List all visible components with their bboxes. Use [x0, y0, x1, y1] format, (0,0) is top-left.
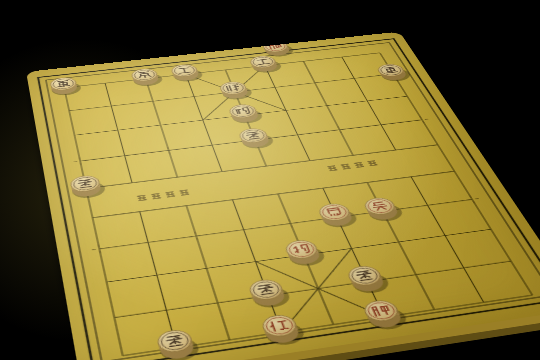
position-markers — [67, 92, 500, 287]
pieces-layer — [47, 32, 540, 360]
red-general-f10[interactable] — [361, 298, 410, 331]
black-soldier-e4[interactable] — [237, 127, 275, 150]
red-cannon-e8[interactable] — [283, 238, 327, 268]
photo-scene: xiangqi — [0, 0, 540, 360]
black-cannon-e3[interactable] — [228, 103, 265, 125]
black-soldier-a5[interactable] — [69, 174, 106, 200]
xiangqi-board-slab: xiangqi — [26, 32, 540, 360]
river-label — [137, 190, 189, 201]
black-general-e2[interactable] — [218, 80, 254, 101]
xiangqi-board-surface: xiangqi — [26, 32, 540, 360]
black-chariot-i2[interactable] — [375, 63, 413, 83]
red-soldier-g7[interactable] — [362, 196, 406, 223]
grid-lines — [38, 39, 540, 360]
river-inscriptions — [136, 161, 380, 201]
red-horse-f7[interactable] — [317, 202, 360, 229]
river-label — [327, 161, 377, 171]
black-soldier-f9[interactable] — [345, 264, 392, 295]
red-captured-elephant[interactable] — [261, 39, 296, 58]
black-soldier-d9[interactable] — [247, 278, 292, 310]
black-soldier-b10[interactable] — [156, 328, 202, 360]
red-advisor-d10[interactable] — [260, 313, 307, 347]
